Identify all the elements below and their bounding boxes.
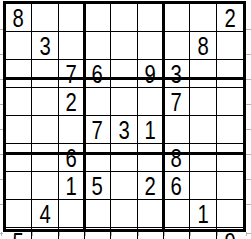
- cell-r6c1[interactable]: [6, 144, 32, 172]
- digit: 1: [197, 200, 208, 227]
- spreadsheet-gridline-tick: [111, 232, 112, 236]
- cell-r1c2[interactable]: [32, 4, 58, 32]
- cell-r9c3[interactable]: [59, 228, 85, 239]
- cell-r5c8[interactable]: [190, 116, 216, 144]
- cell-r2c8[interactable]: 8: [190, 32, 216, 60]
- digit: 5: [92, 172, 103, 199]
- cell-r4c4[interactable]: [85, 88, 111, 116]
- box-divider-vertical: [162, 4, 165, 229]
- cell-r2c3[interactable]: [59, 32, 85, 60]
- cell-r5c9[interactable]: [217, 116, 243, 144]
- digit: 7: [171, 88, 182, 115]
- box-divider-horizontal: [6, 77, 243, 80]
- spreadsheet-gridline-tick: [246, 79, 251, 80]
- spreadsheet-gridline-tick: [190, 232, 191, 236]
- cell-r5c3[interactable]: [59, 116, 85, 144]
- spreadsheet-gridline-tick: [0, 104, 3, 105]
- cell-r2c5[interactable]: [111, 32, 137, 60]
- digit: 2: [224, 4, 235, 31]
- digit: 2: [145, 172, 156, 199]
- cell-r4c3[interactable]: 2: [59, 88, 85, 116]
- spreadsheet-gridline-tick: [246, 179, 251, 180]
- cell-r4c1[interactable]: [6, 88, 32, 116]
- cell-r9c5[interactable]: [111, 228, 137, 239]
- spreadsheet-gridline-tick: [164, 232, 165, 236]
- spreadsheet-gridline-tick: [0, 54, 3, 55]
- cell-r1c1[interactable]: 8: [6, 4, 32, 32]
- cell-r5c6[interactable]: 1: [138, 116, 164, 144]
- digit: 2: [66, 88, 77, 115]
- cell-r1c3[interactable]: [59, 4, 85, 32]
- digit: 1: [145, 116, 156, 143]
- cell-r6c4[interactable]: [85, 144, 111, 172]
- spreadsheet-gridline-tick: [246, 204, 251, 205]
- cell-r7c3[interactable]: 1: [59, 172, 85, 200]
- cell-r6c9[interactable]: [217, 144, 243, 172]
- cell-r4c9[interactable]: [217, 88, 243, 116]
- cell-r5c4[interactable]: 7: [85, 116, 111, 144]
- spreadsheet-gridline-tick: [246, 29, 251, 30]
- cell-r4c8[interactable]: [190, 88, 216, 116]
- cell-r9c7[interactable]: [164, 228, 190, 239]
- cell-r9c9[interactable]: 9: [217, 228, 243, 239]
- cell-r8c7[interactable]: [164, 200, 190, 228]
- spreadsheet-gridline-tick: [246, 232, 247, 236]
- cell-r2c6[interactable]: [138, 32, 164, 60]
- cell-r8c9[interactable]: [217, 200, 243, 228]
- cell-r2c4[interactable]: [85, 32, 111, 60]
- cell-r1c9[interactable]: 2: [217, 4, 243, 32]
- spreadsheet-gridline-tick: [85, 232, 86, 236]
- cell-r3c3[interactable]: 7: [59, 60, 85, 88]
- digit: 9: [224, 228, 235, 239]
- digit: 8: [197, 32, 208, 59]
- cell-r1c4[interactable]: [85, 4, 111, 32]
- cell-r3c9[interactable]: [217, 60, 243, 88]
- cell-r6c6[interactable]: [138, 144, 164, 172]
- spreadsheet-gridline-tick: [217, 232, 218, 236]
- cell-r7c7[interactable]: 6: [164, 172, 190, 200]
- cell-r3c2[interactable]: [32, 60, 58, 88]
- spreadsheet-gridline-tick: [246, 104, 251, 105]
- cell-r8c4[interactable]: [85, 200, 111, 228]
- cell-r8c6[interactable]: [138, 200, 164, 228]
- spreadsheet-gridline-tick: [0, 154, 3, 155]
- cell-r9c4[interactable]: [85, 228, 111, 239]
- spreadsheet-gridline-tick: [138, 232, 139, 236]
- cell-r9c2[interactable]: [32, 228, 58, 239]
- digit: 5: [13, 228, 24, 239]
- cell-r1c6[interactable]: [138, 4, 164, 32]
- cell-r6c5[interactable]: [111, 144, 137, 172]
- box-divider-vertical: [83, 4, 86, 229]
- digit: 8: [13, 4, 24, 31]
- digit: 8: [171, 144, 182, 171]
- cell-r1c8[interactable]: [190, 4, 216, 32]
- cell-r6c2[interactable]: [32, 144, 58, 172]
- spreadsheet-gridline-tick: [0, 29, 3, 30]
- digit: 6: [92, 60, 103, 87]
- cell-r5c7[interactable]: [164, 116, 190, 144]
- cell-r3c5[interactable]: [111, 60, 137, 88]
- digit: 9: [145, 60, 156, 87]
- cell-r8c2[interactable]: 4: [32, 200, 58, 228]
- cell-r7c4[interactable]: 5: [85, 172, 111, 200]
- digit: 6: [171, 172, 182, 199]
- digit: 3: [39, 32, 50, 59]
- sudoku-board: 82387693277316815264159: [3, 1, 246, 232]
- cell-r1c5[interactable]: [111, 4, 137, 32]
- spreadsheet-gridline-tick: [246, 154, 251, 155]
- cell-r9c8[interactable]: [190, 228, 216, 239]
- cell-r1c7[interactable]: [164, 4, 190, 32]
- cell-r3c1[interactable]: [6, 60, 32, 88]
- cell-r4c5[interactable]: [111, 88, 137, 116]
- spreadsheet-gridline-tick: [0, 204, 3, 205]
- cell-r4c6[interactable]: [138, 88, 164, 116]
- cell-r6c7[interactable]: 8: [164, 144, 190, 172]
- cell-r7c6[interactable]: 2: [138, 172, 164, 200]
- cell-r7c8[interactable]: [190, 172, 216, 200]
- digit: 6: [66, 144, 77, 171]
- cell-r5c2[interactable]: [32, 116, 58, 144]
- cell-r8c8[interactable]: 1: [190, 200, 216, 228]
- cell-r7c9[interactable]: [217, 172, 243, 200]
- cell-r4c7[interactable]: 7: [164, 88, 190, 116]
- spreadsheet-gridline-tick: [0, 79, 3, 80]
- cell-r2c9[interactable]: [217, 32, 243, 60]
- cell-r5c5[interactable]: 3: [111, 116, 137, 144]
- cell-r9c6[interactable]: [138, 228, 164, 239]
- cell-r7c2[interactable]: [32, 172, 58, 200]
- cell-r7c1[interactable]: [6, 172, 32, 200]
- digit: 1: [66, 172, 77, 199]
- digit: 3: [171, 60, 182, 87]
- digit: 4: [39, 200, 50, 227]
- spreadsheet-gridline-tick: [0, 129, 3, 130]
- spreadsheet-gridline-tick: [246, 129, 251, 130]
- cell-r2c1[interactable]: [6, 32, 32, 60]
- cell-r5c1[interactable]: [6, 116, 32, 144]
- spreadsheet-gridline-tick: [59, 232, 60, 236]
- cell-r2c7[interactable]: [164, 32, 190, 60]
- cell-r3c8[interactable]: [190, 60, 216, 88]
- cell-r8c5[interactable]: [111, 200, 137, 228]
- cell-r6c3[interactable]: 6: [59, 144, 85, 172]
- cell-r6c8[interactable]: [190, 144, 216, 172]
- digit: 3: [118, 116, 129, 143]
- cell-r9c1[interactable]: 5: [6, 228, 32, 239]
- spreadsheet-gridline-tick: [0, 179, 3, 180]
- spreadsheet-gridline-tick: [246, 54, 251, 55]
- spreadsheet-gridline-tick: [32, 232, 33, 236]
- cell-r8c1[interactable]: [6, 200, 32, 228]
- cell-r3c6[interactable]: 9: [138, 60, 164, 88]
- cell-r2c2[interactable]: 3: [32, 32, 58, 60]
- digit: 7: [92, 116, 103, 143]
- box-divider-horizontal: [6, 152, 243, 155]
- cell-r3c4[interactable]: 6: [85, 60, 111, 88]
- cell-r4c2[interactable]: [32, 88, 58, 116]
- cell-r3c7[interactable]: 3: [164, 60, 190, 88]
- cell-r8c3[interactable]: [59, 200, 85, 228]
- spreadsheet-gridline-tick: [1, 232, 2, 236]
- cell-r7c5[interactable]: [111, 172, 137, 200]
- digit: 7: [66, 60, 77, 87]
